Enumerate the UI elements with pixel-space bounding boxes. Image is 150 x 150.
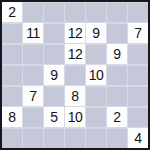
clue-cell-r4c5: 10 — [86, 65, 106, 85]
empty-cell-r1c6[interactable] — [107, 2, 127, 22]
empty-cell-r5c7[interactable] — [128, 86, 148, 106]
clue-cell-r2c2: 11 — [23, 23, 43, 43]
empty-cell-r3c1[interactable] — [2, 44, 22, 64]
empty-cell-r6c7[interactable] — [128, 107, 148, 127]
empty-cell-r4c7[interactable] — [128, 65, 148, 85]
empty-cell-r4c6[interactable] — [107, 65, 127, 85]
clue-cell-r3c6: 9 — [107, 44, 127, 64]
clue-cell-r3c4: 12 — [65, 44, 85, 64]
clue-cell-r5c2: 7 — [23, 86, 43, 106]
clue-cell-r4c3: 9 — [44, 65, 64, 85]
empty-cell-r2c6[interactable] — [107, 23, 127, 43]
empty-cell-r2c1[interactable] — [2, 23, 22, 43]
empty-cell-r7c5[interactable] — [86, 128, 106, 148]
empty-cell-r1c4[interactable] — [65, 2, 85, 22]
clue-cell-r6c1: 8 — [2, 107, 22, 127]
clue-cell-r2c4: 12 — [65, 23, 85, 43]
empty-cell-r1c7[interactable] — [128, 2, 148, 22]
empty-cell-r1c2[interactable] — [23, 2, 43, 22]
empty-cell-r2c3[interactable] — [44, 23, 64, 43]
clue-cell-r2c7: 7 — [128, 23, 148, 43]
empty-cell-r4c1[interactable] — [2, 65, 22, 85]
empty-cell-r6c5[interactable] — [86, 107, 106, 127]
empty-cell-r3c2[interactable] — [23, 44, 43, 64]
empty-cell-r5c6[interactable] — [107, 86, 127, 106]
empty-cell-r7c1[interactable] — [2, 128, 22, 148]
clue-cell-r7c7: 4 — [128, 128, 148, 148]
empty-cell-r6c2[interactable] — [23, 107, 43, 127]
empty-cell-r3c7[interactable] — [128, 44, 148, 64]
empty-cell-r5c3[interactable] — [44, 86, 64, 106]
empty-cell-r7c2[interactable] — [23, 128, 43, 148]
empty-cell-r7c6[interactable] — [107, 128, 127, 148]
clue-cell-r6c4: 10 — [65, 107, 85, 127]
clue-cell-r6c6: 2 — [107, 107, 127, 127]
empty-cell-r5c1[interactable] — [2, 86, 22, 106]
empty-cell-r4c4[interactable] — [65, 65, 85, 85]
clue-cell-r1c1: 2 — [2, 2, 22, 22]
empty-cell-r1c5[interactable] — [86, 2, 106, 22]
empty-cell-r3c5[interactable] — [86, 44, 106, 64]
empty-cell-r7c3[interactable] — [44, 128, 64, 148]
puzzle-board: 211129712991078851024 — [0, 0, 150, 150]
clue-cell-r6c3: 5 — [44, 107, 64, 127]
empty-cell-r5c5[interactable] — [86, 86, 106, 106]
empty-cell-r7c4[interactable] — [65, 128, 85, 148]
empty-cell-r1c3[interactable] — [44, 2, 64, 22]
clue-cell-r5c4: 8 — [65, 86, 85, 106]
empty-cell-r3c3[interactable] — [44, 44, 64, 64]
empty-cell-r4c2[interactable] — [23, 65, 43, 85]
clue-cell-r2c5: 9 — [86, 23, 106, 43]
